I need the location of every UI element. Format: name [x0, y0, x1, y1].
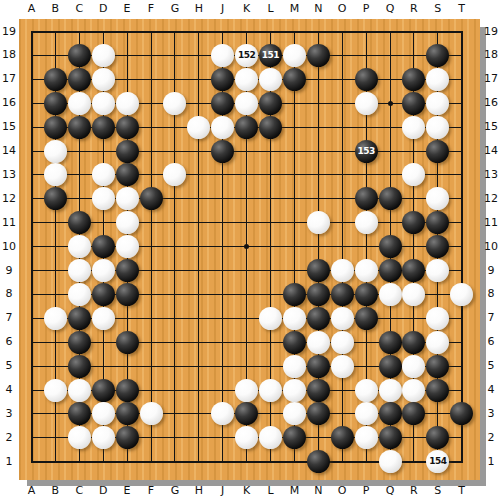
stone-white-M7 — [283, 307, 306, 330]
stone-white-B14 — [44, 140, 67, 163]
col-label-top-G: G — [167, 2, 183, 16]
stone-black-P17 — [355, 68, 378, 91]
stone-white-C16 — [68, 92, 91, 115]
stone-black-S5 — [426, 355, 449, 378]
stone-white-S6 — [426, 331, 449, 354]
row-label-right-10: 10 — [483, 240, 499, 254]
stone-white-E10 — [116, 235, 139, 258]
stone-black-C7 — [68, 307, 91, 330]
stone-black-Q10 — [379, 235, 402, 258]
row-label-left-10: 10 — [1, 240, 17, 254]
stone-black-D10 — [92, 235, 115, 258]
stone-white-D18 — [92, 44, 115, 67]
col-label-top-A: A — [24, 2, 40, 16]
stone-black-P12 — [355, 187, 378, 210]
row-label-right-2: 2 — [483, 431, 499, 445]
row-label-right-12: 12 — [483, 192, 499, 206]
stone-black-P14: 153 — [355, 140, 378, 163]
stone-black-S14 — [426, 140, 449, 163]
grid-line-v-T — [461, 31, 463, 463]
col-label-top-T: T — [454, 2, 470, 16]
col-label-top-D: D — [95, 2, 111, 16]
stone-white-K17 — [235, 68, 258, 91]
stone-white-M5 — [283, 355, 306, 378]
stone-white-D12 — [92, 187, 115, 210]
col-label-top-N: N — [310, 2, 326, 16]
row-label-right-17: 17 — [483, 72, 499, 86]
stone-black-N18 — [307, 44, 330, 67]
col-label-bottom-Q: Q — [382, 484, 398, 498]
row-label-right-11: 11 — [483, 216, 499, 230]
stone-white-S17 — [426, 68, 449, 91]
stone-black-N1 — [307, 450, 330, 473]
row-label-left-13: 13 — [1, 168, 17, 182]
stone-white-L4 — [259, 379, 282, 402]
stone-white-D3 — [92, 402, 115, 425]
row-label-right-15: 15 — [483, 120, 499, 134]
stone-black-B17 — [44, 68, 67, 91]
col-label-top-C: C — [71, 2, 87, 16]
grid-line-v-O — [342, 31, 343, 463]
row-label-left-4: 4 — [1, 383, 17, 397]
move-number-151: 151 — [262, 51, 279, 60]
stone-white-D9 — [92, 259, 115, 282]
stone-black-C6 — [68, 331, 91, 354]
row-label-right-3: 3 — [483, 407, 499, 421]
row-label-right-18: 18 — [483, 48, 499, 62]
col-label-top-F: F — [143, 2, 159, 16]
stone-black-K15 — [235, 116, 258, 139]
stone-black-J16 — [211, 92, 234, 115]
row-label-right-8: 8 — [483, 287, 499, 301]
col-label-top-E: E — [119, 2, 135, 16]
row-label-right-16: 16 — [483, 96, 499, 110]
stone-black-Q5 — [379, 355, 402, 378]
stone-white-O9 — [331, 259, 354, 282]
col-label-bottom-M: M — [286, 484, 302, 498]
col-label-top-B: B — [47, 2, 63, 16]
move-number-153: 153 — [357, 147, 374, 156]
row-label-right-14: 14 — [483, 144, 499, 158]
row-label-left-5: 5 — [1, 359, 17, 373]
stone-white-T8 — [450, 283, 473, 306]
row-label-left-18: 18 — [1, 48, 17, 62]
col-label-top-L: L — [263, 2, 279, 16]
col-label-bottom-P: P — [358, 484, 374, 498]
stone-white-E11 — [116, 211, 139, 234]
stone-white-C10 — [68, 235, 91, 258]
col-label-bottom-O: O — [334, 484, 350, 498]
col-label-bottom-S: S — [430, 484, 446, 498]
stone-white-E16 — [116, 92, 139, 115]
stone-white-C9 — [68, 259, 91, 282]
stone-white-S7 — [426, 307, 449, 330]
stone-white-K16 — [235, 92, 258, 115]
stone-white-D13 — [92, 163, 115, 186]
row-label-left-8: 8 — [1, 287, 17, 301]
col-label-top-O: O — [334, 2, 350, 16]
go-game-screen: AA1919BB1818CC1717DD1616EE1515FF1414GG13… — [0, 0, 500, 500]
row-label-left-11: 11 — [1, 216, 17, 230]
stone-black-F12 — [140, 187, 163, 210]
stone-black-N9 — [307, 259, 330, 282]
stone-black-O2 — [331, 426, 354, 449]
stone-white-M18 — [283, 44, 306, 67]
col-label-bottom-T: T — [454, 484, 470, 498]
stone-white-C8 — [68, 283, 91, 306]
col-label-bottom-B: B — [47, 484, 63, 498]
stone-white-R5 — [402, 355, 425, 378]
stone-white-D17 — [92, 68, 115, 91]
stone-black-E2 — [116, 426, 139, 449]
stone-black-E9 — [116, 259, 139, 282]
stone-black-B16 — [44, 92, 67, 115]
col-label-bottom-F: F — [143, 484, 159, 498]
stone-white-P4 — [355, 379, 378, 402]
stone-black-N5 — [307, 355, 330, 378]
stone-white-B4 — [44, 379, 67, 402]
stone-black-J17 — [211, 68, 234, 91]
col-label-top-J: J — [215, 2, 231, 16]
stone-white-B7 — [44, 307, 67, 330]
stone-white-F3 — [140, 402, 163, 425]
stone-black-M8 — [283, 283, 306, 306]
stone-white-R15 — [402, 116, 425, 139]
col-label-bottom-D: D — [95, 484, 111, 498]
col-label-bottom-K: K — [239, 484, 255, 498]
stone-black-J14 — [211, 140, 234, 163]
row-label-right-5: 5 — [483, 359, 499, 373]
col-label-top-K: K — [239, 2, 255, 16]
row-label-right-6: 6 — [483, 335, 499, 349]
stone-black-Q6 — [379, 331, 402, 354]
row-label-left-16: 16 — [1, 96, 17, 110]
stone-black-E14 — [116, 140, 139, 163]
stone-white-M4 — [283, 379, 306, 402]
stone-black-N8 — [307, 283, 330, 306]
star-point-Q16 — [388, 101, 393, 106]
stone-black-E3 — [116, 402, 139, 425]
row-label-left-6: 6 — [1, 335, 17, 349]
row-label-left-17: 17 — [1, 72, 17, 86]
stone-white-H15 — [187, 116, 210, 139]
stone-black-E8 — [116, 283, 139, 306]
row-label-left-3: 3 — [1, 407, 17, 421]
row-label-right-4: 4 — [483, 383, 499, 397]
row-label-right-7: 7 — [483, 311, 499, 325]
stone-white-Q1 — [379, 450, 402, 473]
stone-black-R16 — [402, 92, 425, 115]
stone-black-B15 — [44, 116, 67, 139]
col-label-bottom-H: H — [191, 484, 207, 498]
stone-black-C5 — [68, 355, 91, 378]
row-label-left-2: 2 — [1, 431, 17, 445]
row-label-right-19: 19 — [483, 25, 499, 39]
row-label-left-19: 19 — [1, 25, 17, 39]
stone-black-Q12 — [379, 187, 402, 210]
stone-black-E13 — [116, 163, 139, 186]
stone-black-R6 — [402, 331, 425, 354]
row-label-left-1: 1 — [1, 455, 17, 469]
stone-black-D4 — [92, 379, 115, 402]
col-label-top-S: S — [430, 2, 446, 16]
stone-white-O7 — [331, 307, 354, 330]
col-label-top-R: R — [406, 2, 422, 16]
row-label-left-14: 14 — [1, 144, 17, 158]
stone-black-O8 — [331, 283, 354, 306]
stone-white-D7 — [92, 307, 115, 330]
stone-white-P11 — [355, 211, 378, 234]
stone-black-E6 — [116, 331, 139, 354]
stone-white-Q4 — [379, 379, 402, 402]
stone-white-P3 — [355, 402, 378, 425]
stone-white-J18 — [211, 44, 234, 67]
stone-black-S4 — [426, 379, 449, 402]
stone-black-N4 — [307, 379, 330, 402]
stone-white-C4 — [68, 379, 91, 402]
stone-black-P8 — [355, 283, 378, 306]
stone-white-P16 — [355, 92, 378, 115]
move-number-154: 154 — [429, 457, 446, 466]
row-label-left-9: 9 — [1, 264, 17, 278]
row-label-left-15: 15 — [1, 120, 17, 134]
stone-white-L7 — [259, 307, 282, 330]
move-number-152: 152 — [238, 51, 255, 60]
stone-white-Q8 — [379, 283, 402, 306]
stone-black-Q3 — [379, 402, 402, 425]
stone-black-C18 — [68, 44, 91, 67]
col-label-bottom-C: C — [71, 484, 87, 498]
row-label-right-13: 13 — [483, 168, 499, 182]
stone-black-L18: 151 — [259, 44, 282, 67]
stone-white-G16 — [163, 92, 186, 115]
col-label-bottom-E: E — [119, 484, 135, 498]
stone-white-K18: 152 — [235, 44, 258, 67]
stone-white-D2 — [92, 426, 115, 449]
col-label-bottom-L: L — [263, 484, 279, 498]
row-label-right-1: 1 — [483, 455, 499, 469]
col-label-bottom-R: R — [406, 484, 422, 498]
stone-white-N6 — [307, 331, 330, 354]
stone-white-R4 — [402, 379, 425, 402]
stone-black-L16 — [259, 92, 282, 115]
stone-white-L17 — [259, 68, 282, 91]
row-label-left-7: 7 — [1, 311, 17, 325]
col-label-top-M: M — [286, 2, 302, 16]
col-label-top-P: P — [358, 2, 374, 16]
stone-black-C11 — [68, 211, 91, 234]
stone-black-D15 — [92, 116, 115, 139]
col-label-bottom-N: N — [310, 484, 326, 498]
stone-black-N7 — [307, 307, 330, 330]
stone-black-C17 — [68, 68, 91, 91]
row-label-right-9: 9 — [483, 264, 499, 278]
stone-white-E12 — [116, 187, 139, 210]
stone-black-C15 — [68, 116, 91, 139]
stone-white-P9 — [355, 259, 378, 282]
col-label-top-Q: Q — [382, 2, 398, 16]
stone-black-Q2 — [379, 426, 402, 449]
stone-white-J15 — [211, 116, 234, 139]
stone-black-E4 — [116, 379, 139, 402]
stone-black-M17 — [283, 68, 306, 91]
stone-black-M6 — [283, 331, 306, 354]
stone-white-D16 — [92, 92, 115, 115]
stone-white-S16 — [426, 92, 449, 115]
col-label-bottom-A: A — [24, 484, 40, 498]
col-label-bottom-J: J — [215, 484, 231, 498]
stone-white-O6 — [331, 331, 354, 354]
stone-black-L15 — [259, 116, 282, 139]
stone-black-E15 — [116, 116, 139, 139]
stone-white-P2 — [355, 426, 378, 449]
stone-white-N11 — [307, 211, 330, 234]
stone-black-P7 — [355, 307, 378, 330]
stone-black-D8 — [92, 283, 115, 306]
row-label-left-12: 12 — [1, 192, 17, 206]
col-label-bottom-G: G — [167, 484, 183, 498]
stone-white-C2 — [68, 426, 91, 449]
stone-white-S15 — [426, 116, 449, 139]
stone-white-O5 — [331, 355, 354, 378]
stone-white-K4 — [235, 379, 258, 402]
stone-black-Q9 — [379, 259, 402, 282]
col-label-top-H: H — [191, 2, 207, 16]
